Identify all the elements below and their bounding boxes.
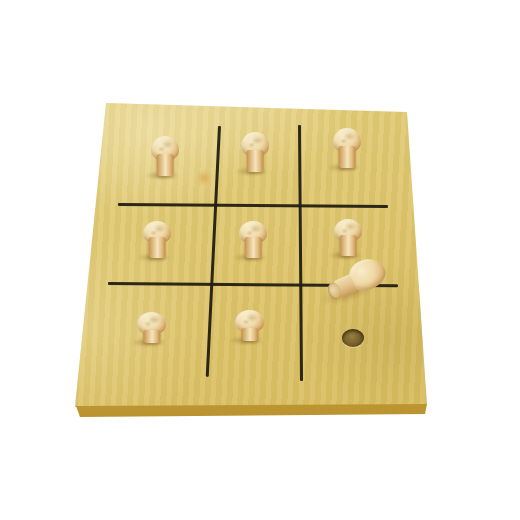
product-photo — [0, 0, 520, 520]
peg-body — [157, 154, 174, 176]
peg-standing-r1c3[interactable] — [333, 128, 361, 168]
peg-standing-r2c3[interactable] — [334, 219, 362, 256]
peg-standing-r1c1[interactable] — [151, 136, 179, 176]
peg-body — [245, 237, 262, 258]
empty-peg-hole[interactable] — [342, 329, 364, 347]
peg-body — [247, 150, 264, 172]
peg-body — [241, 328, 258, 341]
peg-body — [340, 235, 357, 256]
peg-standing-r3c1[interactable] — [137, 312, 166, 343]
peg-standing-r2c2[interactable] — [239, 221, 267, 258]
peg-body — [143, 330, 160, 343]
peg-body — [149, 237, 166, 258]
peg-body — [339, 146, 356, 168]
peg-standing-r1c2[interactable] — [241, 132, 269, 172]
peg-standing-r3c2[interactable] — [235, 310, 264, 341]
peg-standing-r2c1[interactable] — [143, 221, 171, 258]
